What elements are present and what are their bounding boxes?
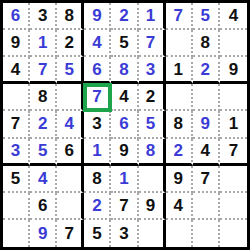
cell-r6c2[interactable]: 5 [30,139,57,166]
cell-r7c5[interactable]: 1 [111,166,138,193]
cell-r5c9[interactable]: 1 [220,111,247,138]
cell-r1c4[interactable]: 9 [84,3,111,30]
cell-r2c5[interactable]: 5 [111,30,138,57]
cell-r4c5[interactable]: 4 [111,84,138,111]
cell-r3c2[interactable]: 7 [30,57,57,84]
cell-r4c6[interactable]: 2 [139,84,166,111]
cell-r7c7[interactable]: 9 [166,166,193,193]
cell-r5c5[interactable]: 6 [111,111,138,138]
cell-r2c1[interactable]: 9 [3,30,30,57]
cell-r5c2[interactable]: 2 [30,111,57,138]
cell-r9c1[interactable] [3,220,30,247]
cell-r7c1[interactable]: 5 [3,166,30,193]
cell-r9c6[interactable] [139,220,166,247]
cell-r1c9[interactable]: 4 [220,3,247,30]
cell-r1c7[interactable]: 7 [166,3,193,30]
cell-r1c8[interactable]: 5 [193,3,220,30]
cell-r6c1[interactable]: 3 [3,139,30,166]
cell-r2c4[interactable]: 4 [84,30,111,57]
cell-r6c5[interactable]: 9 [111,139,138,166]
cell-r8c6[interactable]: 9 [139,193,166,220]
cell-r3c7[interactable]: 1 [166,57,193,84]
cell-r6c9[interactable]: 7 [220,139,247,166]
cell-r7c8[interactable]: 7 [193,166,220,193]
cell-r5c1[interactable]: 7 [3,111,30,138]
cell-r9c8[interactable] [193,220,220,247]
cell-r4c7[interactable] [166,84,193,111]
cell-r7c4[interactable]: 8 [84,166,111,193]
cell-r2c7[interactable] [166,30,193,57]
cell-r4c3[interactable] [57,84,84,111]
cell-r1c6[interactable]: 1 [139,3,166,30]
cell-r7c2[interactable]: 4 [30,166,57,193]
cell-r9c7[interactable] [166,220,193,247]
cell-r2c3[interactable]: 2 [57,30,84,57]
cell-r9c9[interactable] [220,220,247,247]
cell-r1c3[interactable]: 8 [57,3,84,30]
cell-r6c8[interactable]: 4 [193,139,220,166]
cell-r2c8[interactable]: 8 [193,30,220,57]
cell-r8c1[interactable] [3,193,30,220]
cell-r4c2[interactable]: 8 [30,84,57,111]
cell-r9c2[interactable]: 9 [30,220,57,247]
cell-r2c9[interactable] [220,30,247,57]
cell-r3c8[interactable]: 2 [193,57,220,84]
cell-r2c2[interactable]: 1 [30,30,57,57]
selected-cell-r4c4[interactable]: 7 [84,84,111,111]
cell-r8c3[interactable] [57,193,84,220]
cell-r8c5[interactable]: 7 [111,193,138,220]
cell-r6c4[interactable]: 1 [84,139,111,166]
cell-r4c8[interactable] [193,84,220,111]
cell-r5c3[interactable]: 4 [57,111,84,138]
cell-r8c8[interactable] [193,193,220,220]
cell-r3c3[interactable]: 5 [57,57,84,84]
cell-r3c1[interactable]: 4 [3,57,30,84]
cell-r4c1[interactable] [3,84,30,111]
cell-r8c9[interactable] [220,193,247,220]
cell-r3c5[interactable]: 8 [111,57,138,84]
cell-r5c8[interactable]: 9 [193,111,220,138]
cell-r5c7[interactable]: 8 [166,111,193,138]
cell-r7c6[interactable] [139,166,166,193]
cell-r9c5[interactable]: 3 [111,220,138,247]
cell-r9c3[interactable]: 7 [57,220,84,247]
sudoku-board: 6389217549124578475683129874272436589135… [0,0,250,250]
cell-r6c7[interactable]: 2 [166,139,193,166]
cell-r7c9[interactable] [220,166,247,193]
cell-r2c6[interactable]: 7 [139,30,166,57]
cell-r1c1[interactable]: 6 [3,3,30,30]
cell-r8c4[interactable]: 2 [84,193,111,220]
cell-r5c6[interactable]: 5 [139,111,166,138]
cell-r1c5[interactable]: 2 [111,3,138,30]
cell-r6c3[interactable]: 6 [57,139,84,166]
cell-r7c3[interactable] [57,166,84,193]
cell-r3c9[interactable]: 9 [220,57,247,84]
cell-r4c9[interactable] [220,84,247,111]
cell-r3c6[interactable]: 3 [139,57,166,84]
cell-r8c2[interactable]: 6 [30,193,57,220]
cell-r6c6[interactable]: 8 [139,139,166,166]
cell-r9c4[interactable]: 5 [84,220,111,247]
cell-r5c4[interactable]: 3 [84,111,111,138]
cell-r8c7[interactable]: 4 [166,193,193,220]
cell-r1c2[interactable]: 3 [30,3,57,30]
cell-r3c4[interactable]: 6 [84,57,111,84]
